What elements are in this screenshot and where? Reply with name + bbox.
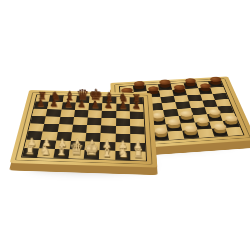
chess-square-r7c5: ♝ bbox=[99, 150, 115, 159]
chess-square-r4c1 bbox=[43, 124, 59, 132]
checker-side bbox=[134, 84, 146, 90]
chess-playing-area: ♜♞♝♛♚♝♞♜♟♟♟♟♟♟♟♟♟♟♟♟♟♟♟♟♜♞♝♛♚♝♞♜ bbox=[21, 94, 147, 161]
checker-shadow bbox=[183, 130, 199, 138]
chess-square-r3c2 bbox=[59, 117, 74, 125]
chess-square-r3c5 bbox=[101, 118, 115, 126]
chess-square-r6c4: ♟ bbox=[85, 141, 101, 150]
chess-square-r5c1 bbox=[41, 132, 57, 141]
chess-square-r1c6: ♟ bbox=[116, 104, 130, 111]
chess-piece-dark-q: ♛ bbox=[76, 88, 89, 102]
chess-square-r6c6: ♟ bbox=[115, 142, 130, 151]
checker-shadow bbox=[167, 123, 182, 131]
chess-square-r4c2 bbox=[57, 124, 73, 132]
checker-side bbox=[210, 79, 222, 84]
chess-square-r5c3 bbox=[71, 132, 87, 141]
checker-light bbox=[180, 116, 193, 123]
checker-side bbox=[159, 82, 171, 88]
checker-side bbox=[196, 120, 210, 127]
chess-piece-dark-b: ♝ bbox=[64, 90, 75, 103]
chess-square-r4c4 bbox=[86, 125, 101, 133]
checker-face bbox=[185, 78, 197, 83]
chess-square-r4c0 bbox=[28, 123, 44, 131]
checker-side bbox=[180, 114, 193, 121]
chess-square-r5c6 bbox=[115, 134, 130, 143]
checker-dark bbox=[173, 90, 185, 96]
checkers-square-r3c4 bbox=[175, 102, 190, 109]
checker-face bbox=[210, 77, 223, 82]
checker-light bbox=[154, 133, 168, 141]
chess-square-r7c1: ♞ bbox=[38, 148, 55, 157]
checkers-square-r7c5 bbox=[197, 129, 214, 138]
chess-square-r3c1 bbox=[44, 116, 59, 124]
chess-square-r7c4: ♚ bbox=[84, 150, 100, 159]
chess-square-r5c5 bbox=[100, 133, 115, 142]
checker-light bbox=[184, 131, 198, 138]
chess-piece-dark-r: ♜ bbox=[38, 91, 48, 102]
chess-piece-dark-n: ♞ bbox=[51, 90, 61, 102]
checker-face bbox=[159, 79, 171, 85]
chess-board: ♜♞♝♛♚♝♞♜♟♟♟♟♟♟♟♟♟♟♟♟♟♟♟♟♜♞♝♛♚♝♞♜ bbox=[10, 90, 158, 167]
checkers-square-r7c4 bbox=[182, 130, 199, 139]
chess-piece-dark-n: ♞ bbox=[118, 92, 129, 104]
product-photo-scene: ♜♞♝♛♚♝♞♜♟♟♟♟♟♟♟♟♟♟♟♟♟♟♟♟♜♞♝♛♚♝♞♜ bbox=[0, 0, 250, 250]
chess-square-r3c3 bbox=[73, 117, 88, 125]
chess-square-r3c0 bbox=[30, 116, 46, 124]
checkers-square-r7c7 bbox=[226, 127, 244, 136]
checker-light bbox=[224, 120, 238, 127]
checker-face bbox=[134, 81, 146, 87]
chess-square-r3c7 bbox=[130, 119, 144, 127]
checker-shadow bbox=[154, 132, 169, 140]
checkers-square-r3c7 bbox=[215, 99, 231, 106]
chess-square-r3c4 bbox=[87, 117, 102, 125]
chess-square-r7c2: ♝ bbox=[53, 149, 70, 158]
chess-piece-dark-k: ♚ bbox=[89, 87, 103, 102]
chess-board-frame: ♜♞♝♛♚♝♞♜♟♟♟♟♟♟♟♟♟♟♟♟♟♟♟♟♜♞♝♛♚♝♞♜ bbox=[10, 90, 158, 167]
checker-light bbox=[167, 124, 181, 131]
chess-square-r7c3: ♛ bbox=[68, 149, 84, 158]
checker-light bbox=[213, 129, 228, 136]
chess-square-r7c7: ♜ bbox=[130, 151, 146, 160]
chess-square-r6c7: ♟ bbox=[130, 142, 145, 151]
chess-piece-dark-b: ♝ bbox=[104, 91, 115, 104]
checkers-square-r3c3 bbox=[162, 102, 177, 110]
chess-square-r3c6 bbox=[116, 118, 130, 126]
chess-square-r7c6: ♞ bbox=[115, 151, 131, 160]
chess-piece-dark-r: ♜ bbox=[132, 93, 142, 104]
chess-square-r1c2: ♟ bbox=[61, 102, 76, 109]
checkers-square-r7c2 bbox=[153, 132, 169, 141]
chess-square-r4c5 bbox=[101, 125, 116, 133]
